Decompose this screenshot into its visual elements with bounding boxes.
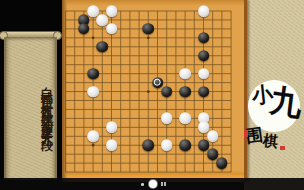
black-stone (216, 157, 228, 169)
logo-char-qi: 棋 (262, 133, 278, 149)
black-stone (198, 32, 210, 44)
channel-logo: 小 九 围 棋 (244, 72, 304, 162)
player-name-scroll: 白武宫正树九段 黑加藤正夫九段 (3, 31, 58, 180)
black-stone (143, 139, 155, 151)
black-stone (179, 86, 191, 98)
black-player-label: 黑加藤正夫九段 (6, 105, 55, 133)
red-seal-icon (244, 130, 248, 137)
white-stone (161, 113, 173, 125)
black-stone (143, 23, 155, 35)
white-stone (161, 139, 173, 151)
video-frame: 白武宫正树九段 黑加藤正夫九段 小 九 围 棋 (0, 0, 304, 190)
white-stone (198, 5, 210, 17)
progress-knob-icon[interactable] (149, 180, 157, 188)
white-stone (87, 86, 99, 98)
logo-char-jiu: 九 (268, 84, 304, 120)
black-stone (179, 139, 191, 151)
black-stone (97, 41, 109, 53)
go-board (62, 0, 247, 182)
last-move-marker (154, 79, 161, 86)
white-stone (87, 131, 99, 143)
white-stone (106, 139, 118, 151)
black-stone (198, 50, 210, 62)
white-stone (106, 23, 118, 35)
red-seal-icon (280, 146, 285, 150)
black-stone (161, 86, 173, 98)
pause-icon[interactable] (161, 182, 163, 186)
black-stone (198, 86, 210, 98)
progress-dot-icon (141, 183, 144, 186)
player-names: 白武宫正树九段 黑加藤正夫九段 (3, 39, 58, 171)
black-stone (78, 23, 90, 35)
white-stone (207, 131, 219, 143)
white-player-label: 白武宫正树九段 (6, 77, 55, 105)
white-stone (106, 122, 118, 134)
white-stone (198, 68, 210, 80)
black-stone (87, 68, 99, 80)
video-control-bar[interactable] (0, 178, 304, 190)
white-stone (106, 5, 118, 17)
white-stone (179, 68, 191, 80)
white-stone (179, 113, 191, 125)
